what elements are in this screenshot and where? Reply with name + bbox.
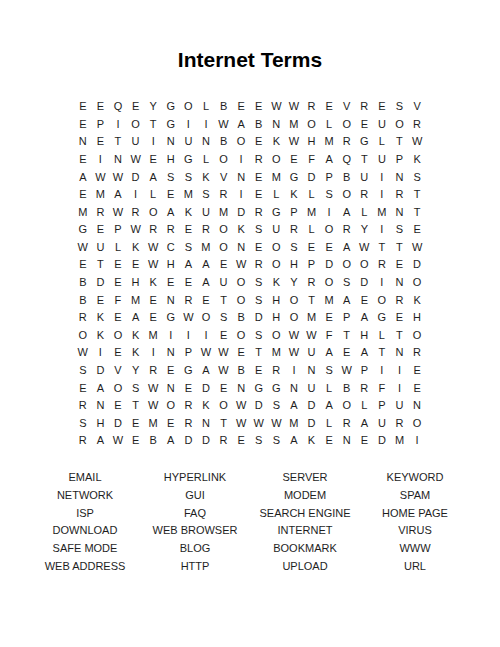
grid-cell-r1c17: R bbox=[356, 98, 374, 116]
grid-cell-r9c15: E bbox=[320, 239, 338, 257]
grid-cell-r5c4: D bbox=[127, 168, 145, 186]
grid-cell-r15c3: E bbox=[109, 344, 127, 362]
word-search-grid: EEQEYGOLBEEWWREVRESVEPIOTGIIWABNMOLOEUOR… bbox=[74, 98, 426, 450]
grid-cell-r15c17: A bbox=[356, 344, 374, 362]
grid-cell-r9c20: W bbox=[408, 239, 426, 257]
grid-cell-r7c15: I bbox=[320, 203, 338, 221]
grid-cell-r17c3: O bbox=[109, 379, 127, 397]
grid-cell-r6c13: K bbox=[285, 186, 303, 204]
grid-cell-r15c12: M bbox=[268, 344, 286, 362]
grid-cell-r12c2: E bbox=[92, 291, 110, 309]
word-list-item: NETWORK bbox=[30, 487, 140, 505]
grid-cell-r6c2: M bbox=[92, 186, 110, 204]
grid-cell-r5c11: E bbox=[250, 168, 268, 186]
grid-cell-r9c11: E bbox=[250, 239, 268, 257]
grid-cell-r6c20: T bbox=[408, 186, 426, 204]
grid-cell-r5c2: W bbox=[92, 168, 110, 186]
grid-cell-r13c3: E bbox=[109, 309, 127, 327]
grid-cell-r14c20: O bbox=[408, 327, 426, 345]
grid-cell-r4c2: I bbox=[92, 151, 110, 169]
grid-cell-r9c17: W bbox=[356, 239, 374, 257]
grid-cell-r19c20: O bbox=[408, 414, 426, 432]
grid-cell-r13c7: W bbox=[180, 309, 198, 327]
grid-cell-r6c14: L bbox=[303, 186, 321, 204]
grid-cell-r6c8: S bbox=[197, 186, 215, 204]
grid-cell-r17c8: D bbox=[197, 379, 215, 397]
grid-cell-r14c13: W bbox=[285, 327, 303, 345]
grid-cell-r16c3: V bbox=[109, 362, 127, 380]
grid-cell-r18c4: T bbox=[127, 397, 145, 415]
grid-cell-r8c1: G bbox=[74, 221, 92, 239]
grid-cell-r20c20: I bbox=[408, 432, 426, 450]
grid-cell-r6c16: O bbox=[338, 186, 356, 204]
grid-cell-r12c1: B bbox=[74, 291, 92, 309]
grid-cell-r16c10: B bbox=[232, 362, 250, 380]
grid-cell-r4c15: A bbox=[320, 151, 338, 169]
grid-cell-r2c16: O bbox=[338, 116, 356, 134]
grid-cell-r6c18: I bbox=[373, 186, 391, 204]
grid-cell-r10c19: E bbox=[391, 256, 409, 274]
grid-cell-r7c12: G bbox=[268, 203, 286, 221]
grid-cell-r17c6: N bbox=[162, 379, 180, 397]
grid-cell-r1c16: V bbox=[338, 98, 356, 116]
grid-cell-r13c4: A bbox=[127, 309, 145, 327]
grid-cell-r10c6: H bbox=[162, 256, 180, 274]
grid-cell-r4c13: E bbox=[285, 151, 303, 169]
grid-cell-r13c18: G bbox=[373, 309, 391, 327]
grid-cell-r15c7: P bbox=[180, 344, 198, 362]
grid-cell-r18c18: P bbox=[373, 397, 391, 415]
grid-cell-r15c6: N bbox=[162, 344, 180, 362]
grid-cell-r14c9: E bbox=[215, 327, 233, 345]
grid-cell-r3c9: B bbox=[215, 133, 233, 151]
grid-cell-r2c14: O bbox=[303, 116, 321, 134]
grid-cell-r8c20: E bbox=[408, 221, 426, 239]
grid-cell-r3c2: E bbox=[92, 133, 110, 151]
grid-cell-r13c10: B bbox=[232, 309, 250, 327]
word-list-item: FAQ bbox=[140, 504, 250, 522]
grid-cell-r18c2: N bbox=[92, 397, 110, 415]
grid-cell-r10c2: T bbox=[92, 256, 110, 274]
grid-cell-r14c15: F bbox=[320, 327, 338, 345]
grid-cell-r2c4: O bbox=[127, 116, 145, 134]
grid-cell-r16c20: E bbox=[408, 362, 426, 380]
grid-cell-r4c7: G bbox=[180, 151, 198, 169]
grid-cell-r6c10: I bbox=[232, 186, 250, 204]
grid-cell-r8c2: E bbox=[92, 221, 110, 239]
grid-cell-r9c5: W bbox=[144, 239, 162, 257]
grid-cell-r17c11: G bbox=[250, 379, 268, 397]
grid-cell-r3c15: M bbox=[320, 133, 338, 151]
grid-cell-r4c5: E bbox=[144, 151, 162, 169]
grid-cell-r19c18: U bbox=[373, 414, 391, 432]
grid-cell-r8c10: K bbox=[232, 221, 250, 239]
grid-cell-r8c8: R bbox=[197, 221, 215, 239]
grid-cell-r20c17: E bbox=[356, 432, 374, 450]
grid-cell-r10c4: E bbox=[127, 256, 145, 274]
grid-cell-r11c2: D bbox=[92, 274, 110, 292]
grid-cell-r14c14: W bbox=[303, 327, 321, 345]
grid-cell-r15c2: I bbox=[92, 344, 110, 362]
grid-cell-r5c14: D bbox=[303, 168, 321, 186]
word-list-item: SPAM bbox=[360, 487, 470, 505]
grid-cell-r17c16: B bbox=[338, 379, 356, 397]
grid-cell-r16c9: W bbox=[215, 362, 233, 380]
grid-cell-r14c4: K bbox=[127, 327, 145, 345]
grid-cell-r20c11: S bbox=[250, 432, 268, 450]
grid-cell-r6c11: E bbox=[250, 186, 268, 204]
grid-cell-r18c19: U bbox=[391, 397, 409, 415]
grid-cell-r15c20: R bbox=[408, 344, 426, 362]
grid-cell-r2c11: B bbox=[250, 116, 268, 134]
grid-cell-r19c10: W bbox=[232, 414, 250, 432]
grid-cell-r20c9: R bbox=[215, 432, 233, 450]
grid-cell-r10c16: O bbox=[338, 256, 356, 274]
grid-cell-r2c13: M bbox=[285, 116, 303, 134]
grid-cell-r9c13: S bbox=[285, 239, 303, 257]
grid-cell-r7c1: M bbox=[74, 203, 92, 221]
grid-cell-r6c12: L bbox=[268, 186, 286, 204]
grid-cell-r2c6: G bbox=[162, 116, 180, 134]
grid-cell-r9c7: S bbox=[180, 239, 198, 257]
grid-cell-r1c19: S bbox=[391, 98, 409, 116]
word-list-item: HYPERLINK bbox=[140, 469, 250, 487]
grid-cell-r3c8: N bbox=[197, 133, 215, 151]
grid-cell-r7c7: K bbox=[180, 203, 198, 221]
grid-cell-r14c3: O bbox=[109, 327, 127, 345]
grid-cell-r11c19: N bbox=[391, 274, 409, 292]
grid-cell-r18c20: N bbox=[408, 397, 426, 415]
grid-cell-r12c13: O bbox=[285, 291, 303, 309]
grid-cell-r2c7: I bbox=[180, 116, 198, 134]
grid-cell-r1c7: O bbox=[180, 98, 198, 116]
grid-cell-r8c7: E bbox=[180, 221, 198, 239]
grid-cell-r5c1: A bbox=[74, 168, 92, 186]
grid-cell-r7c11: R bbox=[250, 203, 268, 221]
grid-cell-r18c16: O bbox=[338, 397, 356, 415]
grid-cell-r18c15: A bbox=[320, 397, 338, 415]
grid-cell-r19c15: L bbox=[320, 414, 338, 432]
grid-cell-r4c12: O bbox=[268, 151, 286, 169]
grid-cell-r13c13: O bbox=[285, 309, 303, 327]
grid-cell-r12c9: T bbox=[215, 291, 233, 309]
grid-cell-r1c12: W bbox=[268, 98, 286, 116]
grid-cell-r13c5: E bbox=[144, 309, 162, 327]
grid-cell-r18c11: D bbox=[250, 397, 268, 415]
grid-cell-r17c1: E bbox=[74, 379, 92, 397]
grid-cell-r12c11: S bbox=[250, 291, 268, 309]
grid-cell-r10c7: A bbox=[180, 256, 198, 274]
grid-cell-r7c4: R bbox=[127, 203, 145, 221]
grid-cell-r13c8: O bbox=[197, 309, 215, 327]
grid-cell-r6c1: E bbox=[74, 186, 92, 204]
grid-cell-r1c6: G bbox=[162, 98, 180, 116]
word-list-item: MODEM bbox=[250, 487, 360, 505]
grid-cell-r5c16: B bbox=[338, 168, 356, 186]
grid-cell-r12c6: N bbox=[162, 291, 180, 309]
grid-cell-r16c12: R bbox=[268, 362, 286, 380]
grid-cell-r18c6: O bbox=[162, 397, 180, 415]
grid-cell-r11c3: E bbox=[109, 274, 127, 292]
grid-cell-r16c18: I bbox=[373, 362, 391, 380]
grid-cell-r11c4: H bbox=[127, 274, 145, 292]
grid-cell-r20c14: K bbox=[303, 432, 321, 450]
grid-cell-r10c11: R bbox=[250, 256, 268, 274]
grid-cell-r12c12: H bbox=[268, 291, 286, 309]
word-list-item: VIRUS bbox=[360, 522, 470, 540]
grid-cell-r9c3: L bbox=[109, 239, 127, 257]
word-list-item: HOME PAGE bbox=[360, 504, 470, 522]
grid-cell-r2c9: W bbox=[215, 116, 233, 134]
grid-cell-r12c4: M bbox=[127, 291, 145, 309]
grid-cell-r2c18: U bbox=[373, 116, 391, 134]
grid-cell-r17c12: G bbox=[268, 379, 286, 397]
grid-cell-r9c12: O bbox=[268, 239, 286, 257]
grid-cell-r20c7: D bbox=[180, 432, 198, 450]
grid-cell-r9c14: E bbox=[303, 239, 321, 257]
grid-cell-r13c17: A bbox=[356, 309, 374, 327]
grid-cell-r4c8: L bbox=[197, 151, 215, 169]
grid-cell-r3c11: E bbox=[250, 133, 268, 151]
grid-cell-r5c5: A bbox=[144, 168, 162, 186]
word-list-item: SAFE MODE bbox=[30, 540, 140, 558]
grid-cell-r12c17: E bbox=[356, 291, 374, 309]
grid-cell-r12c8: E bbox=[197, 291, 215, 309]
grid-cell-r2c15: L bbox=[320, 116, 338, 134]
grid-cell-r14c8: I bbox=[197, 327, 215, 345]
grid-cell-r20c19: M bbox=[391, 432, 409, 450]
grid-cell-r1c5: Y bbox=[144, 98, 162, 116]
grid-cell-r8c15: O bbox=[320, 221, 338, 239]
grid-cell-r11c14: R bbox=[303, 274, 321, 292]
grid-cell-r14c12: O bbox=[268, 327, 286, 345]
grid-cell-r4c6: H bbox=[162, 151, 180, 169]
grid-cell-r12c16: A bbox=[338, 291, 356, 309]
word-list-item: ISP bbox=[30, 504, 140, 522]
word-list-item: DOWNLOAD bbox=[30, 522, 140, 540]
grid-cell-r7c2: R bbox=[92, 203, 110, 221]
grid-cell-r14c2: K bbox=[92, 327, 110, 345]
grid-cell-r10c1: E bbox=[74, 256, 92, 274]
grid-cell-r20c13: A bbox=[285, 432, 303, 450]
grid-cell-r1c20: V bbox=[408, 98, 426, 116]
grid-cell-r10c10: W bbox=[232, 256, 250, 274]
grid-cell-r11c8: A bbox=[197, 274, 215, 292]
word-list-item: WWW bbox=[360, 540, 470, 558]
grid-cell-r16c1: S bbox=[74, 362, 92, 380]
grid-cell-r6c9: R bbox=[215, 186, 233, 204]
grid-cell-r4c3: N bbox=[109, 151, 127, 169]
grid-cell-r17c17: R bbox=[356, 379, 374, 397]
grid-cell-r3c13: W bbox=[285, 133, 303, 151]
grid-cell-r1c18: E bbox=[373, 98, 391, 116]
grid-cell-r3c7: U bbox=[180, 133, 198, 151]
grid-cell-r10c20: D bbox=[408, 256, 426, 274]
grid-cell-r1c10: E bbox=[232, 98, 250, 116]
grid-cell-r19c9: T bbox=[215, 414, 233, 432]
grid-cell-r5c8: K bbox=[197, 168, 215, 186]
grid-cell-r15c19: N bbox=[391, 344, 409, 362]
grid-cell-r12c5: E bbox=[144, 291, 162, 309]
grid-cell-r7c19: N bbox=[391, 203, 409, 221]
grid-cell-r17c5: W bbox=[144, 379, 162, 397]
grid-cell-r11c13: Y bbox=[285, 274, 303, 292]
grid-cell-r10c13: H bbox=[285, 256, 303, 274]
grid-cell-r12c14: T bbox=[303, 291, 321, 309]
grid-cell-r15c16: E bbox=[338, 344, 356, 362]
grid-cell-r19c7: R bbox=[180, 414, 198, 432]
grid-cell-r20c16: N bbox=[338, 432, 356, 450]
grid-cell-r18c14: D bbox=[303, 397, 321, 415]
grid-cell-r4c4: W bbox=[127, 151, 145, 169]
grid-cell-r3c4: U bbox=[127, 133, 145, 151]
grid-cell-r10c14: P bbox=[303, 256, 321, 274]
grid-cell-r4c14: F bbox=[303, 151, 321, 169]
grid-cell-r12c19: R bbox=[391, 291, 409, 309]
grid-cell-r11c15: O bbox=[320, 274, 338, 292]
grid-cell-r2c5: T bbox=[144, 116, 162, 134]
grid-cell-r19c14: D bbox=[303, 414, 321, 432]
grid-cell-r11c5: K bbox=[144, 274, 162, 292]
grid-cell-r5c13: G bbox=[285, 168, 303, 186]
grid-cell-r1c15: E bbox=[320, 98, 338, 116]
grid-cell-r1c9: B bbox=[215, 98, 233, 116]
word-list-item: SEARCH ENGINE bbox=[250, 504, 360, 522]
grid-cell-r20c12: S bbox=[268, 432, 286, 450]
word-list-item: EMAIL bbox=[30, 469, 140, 487]
grid-cell-r16c11: E bbox=[250, 362, 268, 380]
grid-cell-r13c2: K bbox=[92, 309, 110, 327]
word-list-item: WEB BROWSER bbox=[140, 522, 250, 540]
grid-cell-r13c16: P bbox=[338, 309, 356, 327]
grid-cell-r18c9: O bbox=[215, 397, 233, 415]
grid-cell-r15c14: U bbox=[303, 344, 321, 362]
grid-cell-r11c10: O bbox=[232, 274, 250, 292]
grid-cell-r9c8: M bbox=[197, 239, 215, 257]
grid-cell-r17c15: L bbox=[320, 379, 338, 397]
grid-cell-r2c1: E bbox=[74, 116, 92, 134]
word-list-item: INTERNET bbox=[250, 522, 360, 540]
grid-cell-r3c14: H bbox=[303, 133, 321, 151]
grid-cell-r16c8: A bbox=[197, 362, 215, 380]
grid-cell-r7c5: O bbox=[144, 203, 162, 221]
grid-cell-r7c10: D bbox=[232, 203, 250, 221]
grid-cell-r7c6: A bbox=[162, 203, 180, 221]
grid-cell-r18c10: W bbox=[232, 397, 250, 415]
grid-cell-r19c13: M bbox=[285, 414, 303, 432]
grid-cell-r20c18: D bbox=[373, 432, 391, 450]
grid-cell-r16c14: N bbox=[303, 362, 321, 380]
grid-cell-r13c20: H bbox=[408, 309, 426, 327]
grid-cell-r19c8: N bbox=[197, 414, 215, 432]
grid-cell-r15c13: W bbox=[285, 344, 303, 362]
grid-cell-r11c20: O bbox=[408, 274, 426, 292]
word-list: EMAILHYPERLINKSERVERKEYWORDNETWORKGUIMOD… bbox=[30, 469, 470, 575]
grid-cell-r9c16: A bbox=[338, 239, 356, 257]
grid-cell-r19c5: M bbox=[144, 414, 162, 432]
grid-cell-r6c17: R bbox=[356, 186, 374, 204]
grid-cell-r5c17: U bbox=[356, 168, 374, 186]
grid-cell-r6c5: L bbox=[144, 186, 162, 204]
grid-cell-r17c13: N bbox=[285, 379, 303, 397]
grid-cell-r6c3: A bbox=[109, 186, 127, 204]
grid-cell-r1c4: E bbox=[127, 98, 145, 116]
grid-cell-r5c20: S bbox=[408, 168, 426, 186]
grid-cell-r10c18: R bbox=[373, 256, 391, 274]
grid-cell-r7c14: M bbox=[303, 203, 321, 221]
grid-cell-r7c16: A bbox=[338, 203, 356, 221]
grid-cell-r15c11: T bbox=[250, 344, 268, 362]
grid-cell-r8c19: S bbox=[391, 221, 409, 239]
grid-cell-r14c10: O bbox=[232, 327, 250, 345]
grid-cell-r20c3: W bbox=[109, 432, 127, 450]
grid-cell-r11c18: I bbox=[373, 274, 391, 292]
grid-cell-r14c19: T bbox=[391, 327, 409, 345]
grid-cell-r10c5: W bbox=[144, 256, 162, 274]
grid-cell-r17c19: I bbox=[391, 379, 409, 397]
grid-cell-r17c2: A bbox=[92, 379, 110, 397]
grid-cell-r5c9: V bbox=[215, 168, 233, 186]
word-list-item: GUI bbox=[140, 487, 250, 505]
grid-cell-r16c2: D bbox=[92, 362, 110, 380]
grid-cell-r11c1: B bbox=[74, 274, 92, 292]
grid-cell-r20c1: R bbox=[74, 432, 92, 450]
grid-cell-r8c17: Y bbox=[356, 221, 374, 239]
grid-cell-r13c14: M bbox=[303, 309, 321, 327]
grid-cell-r2c3: I bbox=[109, 116, 127, 134]
grid-cell-r9c9: O bbox=[215, 239, 233, 257]
grid-cell-r8c12: U bbox=[268, 221, 286, 239]
grid-cell-r15c15: A bbox=[320, 344, 338, 362]
grid-cell-r16c4: Y bbox=[127, 362, 145, 380]
grid-cell-r2c10: A bbox=[232, 116, 250, 134]
grid-cell-r4c19: P bbox=[391, 151, 409, 169]
grid-cell-r5c7: S bbox=[180, 168, 198, 186]
grid-cell-r3c6: N bbox=[162, 133, 180, 151]
word-list-item: URL bbox=[360, 557, 470, 575]
grid-cell-r5c6: S bbox=[162, 168, 180, 186]
grid-cell-r2c8: I bbox=[197, 116, 215, 134]
grid-cell-r10c15: D bbox=[320, 256, 338, 274]
grid-cell-r17c4: S bbox=[127, 379, 145, 397]
grid-cell-r11c11: S bbox=[250, 274, 268, 292]
grid-cell-r18c1: R bbox=[74, 397, 92, 415]
word-list-item: KEYWORD bbox=[360, 469, 470, 487]
grid-cell-r11c6: E bbox=[162, 274, 180, 292]
grid-cell-r19c2: H bbox=[92, 414, 110, 432]
grid-cell-r3c20: W bbox=[408, 133, 426, 151]
grid-cell-r15c1: W bbox=[74, 344, 92, 362]
grid-cell-r2c12: N bbox=[268, 116, 286, 134]
grid-cell-r13c6: G bbox=[162, 309, 180, 327]
grid-cell-r7c3: W bbox=[109, 203, 127, 221]
grid-cell-r8c4: W bbox=[127, 221, 145, 239]
grid-cell-r1c11: E bbox=[250, 98, 268, 116]
grid-cell-r11c9: U bbox=[215, 274, 233, 292]
grid-cell-r9c4: K bbox=[127, 239, 145, 257]
grid-cell-r7c8: U bbox=[197, 203, 215, 221]
grid-cell-r4c11: R bbox=[250, 151, 268, 169]
grid-cell-r16c19: I bbox=[391, 362, 409, 380]
grid-cell-r3c19: T bbox=[391, 133, 409, 151]
grid-cell-r6c6: E bbox=[162, 186, 180, 204]
grid-cell-r8c14: L bbox=[303, 221, 321, 239]
grid-cell-r5c18: I bbox=[373, 168, 391, 186]
grid-cell-r20c5: B bbox=[144, 432, 162, 450]
grid-cell-r18c17: L bbox=[356, 397, 374, 415]
grid-cell-r14c1: O bbox=[74, 327, 92, 345]
grid-cell-r20c4: E bbox=[127, 432, 145, 450]
